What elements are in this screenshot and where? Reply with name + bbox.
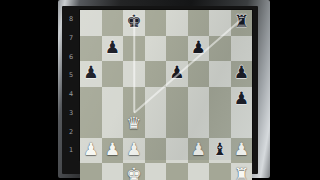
square-b1 [102, 163, 124, 180]
square-a8 [80, 10, 102, 36]
square-a2: ♟ [80, 138, 102, 164]
square-b7: ♟ [102, 36, 124, 62]
square-h6: ♟ [231, 61, 253, 87]
black-king-c8: ♚ [126, 9, 141, 35]
square-b5 [102, 87, 124, 113]
square-a3 [80, 112, 102, 138]
black-pawn-e6: ♟ [169, 60, 184, 86]
square-c8: ♚ [123, 10, 145, 36]
black-pawn-b7: ♟ [105, 35, 120, 61]
square-c5 [123, 87, 145, 113]
rank-label-1: 1 [62, 141, 80, 160]
square-g8 [209, 10, 231, 36]
rank-labels: 87654321 [62, 10, 80, 160]
black-pawn-h5: ♟ [234, 86, 249, 112]
square-e8 [166, 10, 188, 36]
white-pawn-c2: ♟ [126, 137, 141, 163]
square-f3 [188, 112, 210, 138]
square-g6 [209, 61, 231, 87]
square-d3 [145, 112, 167, 138]
square-e3 [166, 112, 188, 138]
chess-board: ♚♜♟♟♟♟♟♟♛♟♟♟♟♝♟♚♜ [80, 10, 252, 160]
square-b8 [102, 10, 124, 36]
black-pawn-a6: ♟ [83, 60, 98, 86]
rank-label-8: 8 [62, 10, 80, 29]
square-d6 [145, 61, 167, 87]
white-king-c1: ♚ [126, 162, 141, 180]
square-a1 [80, 163, 102, 180]
square-h3 [231, 112, 253, 138]
square-h2: ♟ [231, 138, 253, 164]
square-f1 [188, 163, 210, 180]
square-f7: ♟ [188, 36, 210, 62]
white-pawn-f2: ♟ [191, 137, 206, 163]
square-b2: ♟ [102, 138, 124, 164]
square-a5 [80, 87, 102, 113]
square-f5 [188, 87, 210, 113]
rank-label-6: 6 [62, 48, 80, 67]
square-b3 [102, 112, 124, 138]
square-c2: ♟ [123, 138, 145, 164]
square-c1: ♚ [123, 163, 145, 180]
square-g3 [209, 112, 231, 138]
square-f8 [188, 10, 210, 36]
square-g7 [209, 36, 231, 62]
board-area: ♚♜♟♟♟♟♟♟♛♟♟♟♟♝♟♚♜ [80, 10, 252, 160]
square-d2 [145, 138, 167, 164]
white-pawn-b2: ♟ [105, 137, 120, 163]
rank-label-3: 3 [62, 104, 80, 123]
square-d8 [145, 10, 167, 36]
black-rook-h8: ♜ [234, 9, 249, 35]
square-g5 [209, 87, 231, 113]
square-f6 [188, 61, 210, 87]
square-h7 [231, 36, 253, 62]
square-e7 [166, 36, 188, 62]
black-pawn-f7: ♟ [191, 35, 206, 61]
square-h5: ♟ [231, 87, 253, 113]
square-g2: ♝ [209, 138, 231, 164]
square-e1 [166, 163, 188, 180]
square-e6: ♟ [166, 61, 188, 87]
square-g1 [209, 163, 231, 180]
rank-label-4: 4 [62, 85, 80, 104]
black-pawn-h6: ♟ [234, 60, 249, 86]
square-e5 [166, 87, 188, 113]
square-b6 [102, 61, 124, 87]
square-h1: ♜ [231, 163, 253, 180]
rank-label-5: 5 [62, 66, 80, 85]
video-frame: 87654321 abcdefgh ♚♜♟♟♟♟♟♟♛♟♟♟♟♝♟♚♜ [0, 0, 320, 180]
square-d7 [145, 36, 167, 62]
square-d1 [145, 163, 167, 180]
chess-board-inner-frame: 87654321 abcdefgh ♚♜♟♟♟♟♟♟♛♟♟♟♟♝♟♚♜ [62, 6, 258, 174]
square-a6: ♟ [80, 61, 102, 87]
rank-label-2: 2 [62, 123, 80, 142]
square-c6 [123, 61, 145, 87]
white-queen-c3: ♛ [126, 111, 141, 137]
square-h8: ♜ [231, 10, 253, 36]
square-f2: ♟ [188, 138, 210, 164]
square-c7 [123, 36, 145, 62]
white-pawn-h2: ♟ [234, 137, 249, 163]
chess-board-frame: 87654321 abcdefgh ♚♜♟♟♟♟♟♟♛♟♟♟♟♝♟♚♜ [58, 0, 270, 178]
rank-label-7: 7 [62, 29, 80, 48]
white-pawn-a2: ♟ [83, 137, 98, 163]
square-d5 [145, 87, 167, 113]
square-a7 [80, 36, 102, 62]
white-rook-h1: ♜ [234, 162, 249, 180]
square-c3: ♛ [123, 112, 145, 138]
square-e2 [166, 138, 188, 164]
black-bishop-g2: ♝ [212, 137, 227, 163]
